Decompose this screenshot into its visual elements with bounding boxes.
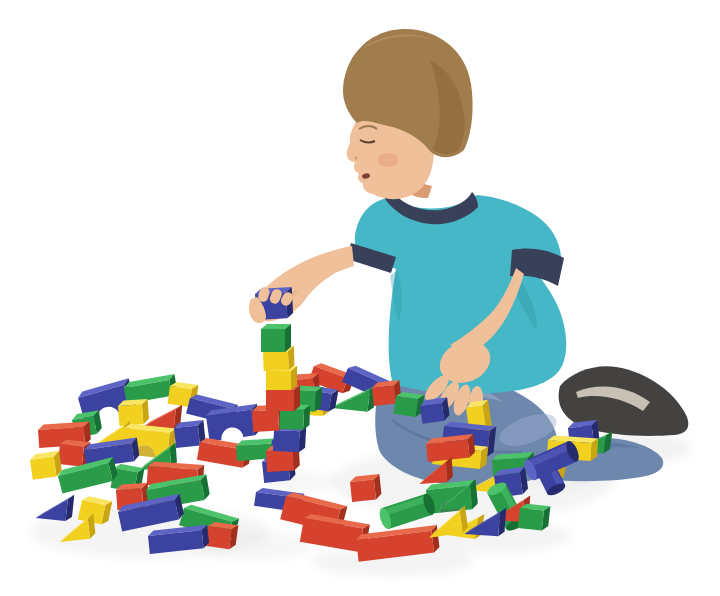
block-wedge-red (144, 401, 182, 430)
block-cube-yellow (29, 451, 62, 480)
photo-canvas: A young boy with short sandy-brown hair,… (0, 0, 720, 596)
nostril (354, 156, 357, 159)
block-cube-yellow (118, 399, 150, 426)
block-cube-green (261, 324, 291, 352)
block-wedge-blue (36, 491, 75, 522)
block-cube-red (205, 521, 238, 550)
block-cube-red (349, 474, 381, 502)
block-cube-green (518, 503, 550, 531)
cheek-blush (378, 153, 398, 167)
scene: A young boy with short sandy-brown hair,… (0, 0, 720, 596)
block-cube-green (393, 391, 424, 418)
